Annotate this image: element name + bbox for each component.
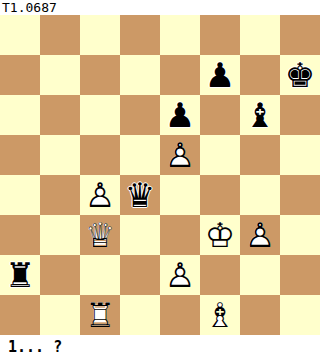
square-a7[interactable] [0, 55, 40, 95]
white-king-piece: ♚♔ [200, 215, 240, 255]
square-g8[interactable] [240, 15, 280, 55]
white-pawn-piece: ♟♙ [240, 215, 280, 255]
white-rook-piece: ♜♖ [80, 295, 120, 335]
black-bishop-piece: ♝ [240, 95, 280, 135]
chess-diagram-page: T1.0687 ♟♚♟♝♟♙♟♙♛♛♕♚♔♟♙♜♟♙♜♖♝♗ 1... ? [0, 0, 320, 360]
square-d3[interactable] [120, 215, 160, 255]
black-pawn-piece: ♟ [200, 55, 240, 95]
white-pawn-piece: ♟♙ [160, 135, 200, 175]
square-f8[interactable] [200, 15, 240, 55]
square-c1[interactable]: ♜♖ [80, 295, 120, 335]
white-queen-piece: ♛♕ [80, 215, 120, 255]
square-e7[interactable] [160, 55, 200, 95]
square-g2[interactable] [240, 255, 280, 295]
square-e1[interactable] [160, 295, 200, 335]
square-f6[interactable] [200, 95, 240, 135]
square-b5[interactable] [40, 135, 80, 175]
square-a5[interactable] [0, 135, 40, 175]
square-b4[interactable] [40, 175, 80, 215]
square-f7[interactable]: ♟ [200, 55, 240, 95]
square-b1[interactable] [40, 295, 80, 335]
square-h2[interactable] [280, 255, 320, 295]
move-prompt: 1... ? [0, 335, 320, 360]
square-c5[interactable] [80, 135, 120, 175]
square-d7[interactable] [120, 55, 160, 95]
chess-board: ♟♚♟♝♟♙♟♙♛♛♕♚♔♟♙♜♟♙♜♖♝♗ [0, 15, 320, 335]
square-b6[interactable] [40, 95, 80, 135]
square-c4[interactable]: ♟♙ [80, 175, 120, 215]
square-h5[interactable] [280, 135, 320, 175]
square-d4[interactable]: ♛ [120, 175, 160, 215]
square-c2[interactable] [80, 255, 120, 295]
square-a2[interactable]: ♜ [0, 255, 40, 295]
square-e5[interactable]: ♟♙ [160, 135, 200, 175]
square-a6[interactable] [0, 95, 40, 135]
square-e4[interactable] [160, 175, 200, 215]
square-h6[interactable] [280, 95, 320, 135]
square-f3[interactable]: ♚♔ [200, 215, 240, 255]
square-g3[interactable]: ♟♙ [240, 215, 280, 255]
square-c6[interactable] [80, 95, 120, 135]
square-f1[interactable]: ♝♗ [200, 295, 240, 335]
page-title: T1.0687 [0, 0, 320, 15]
white-pawn-piece: ♟♙ [160, 255, 200, 295]
black-king-piece: ♚ [280, 55, 320, 95]
black-queen-piece: ♛ [120, 175, 160, 215]
square-a3[interactable] [0, 215, 40, 255]
white-pawn-piece: ♟♙ [80, 175, 120, 215]
square-e6[interactable]: ♟ [160, 95, 200, 135]
square-g5[interactable] [240, 135, 280, 175]
square-h4[interactable] [280, 175, 320, 215]
square-d2[interactable] [120, 255, 160, 295]
square-a8[interactable] [0, 15, 40, 55]
square-b3[interactable] [40, 215, 80, 255]
square-d8[interactable] [120, 15, 160, 55]
square-f5[interactable] [200, 135, 240, 175]
square-b2[interactable] [40, 255, 80, 295]
black-pawn-piece: ♟ [160, 95, 200, 135]
black-rook-piece: ♜ [0, 255, 40, 295]
square-g7[interactable] [240, 55, 280, 95]
square-c3[interactable]: ♛♕ [80, 215, 120, 255]
square-c8[interactable] [80, 15, 120, 55]
square-g6[interactable]: ♝ [240, 95, 280, 135]
square-f4[interactable] [200, 175, 240, 215]
square-e8[interactable] [160, 15, 200, 55]
square-h1[interactable] [280, 295, 320, 335]
square-g1[interactable] [240, 295, 280, 335]
white-bishop-piece: ♝♗ [200, 295, 240, 335]
square-b7[interactable] [40, 55, 80, 95]
square-h3[interactable] [280, 215, 320, 255]
square-g4[interactable] [240, 175, 280, 215]
square-d5[interactable] [120, 135, 160, 175]
square-h7[interactable]: ♚ [280, 55, 320, 95]
square-f2[interactable] [200, 255, 240, 295]
square-a4[interactable] [0, 175, 40, 215]
square-b8[interactable] [40, 15, 80, 55]
square-d1[interactable] [120, 295, 160, 335]
square-e3[interactable] [160, 215, 200, 255]
square-h8[interactable] [280, 15, 320, 55]
square-e2[interactable]: ♟♙ [160, 255, 200, 295]
square-a1[interactable] [0, 295, 40, 335]
square-c7[interactable] [80, 55, 120, 95]
square-d6[interactable] [120, 95, 160, 135]
